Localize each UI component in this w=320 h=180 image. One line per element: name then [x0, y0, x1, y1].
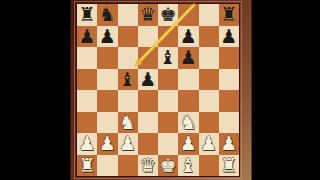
- piece-white-pawn: ♟: [97, 133, 117, 155]
- square-a4[interactable]: [77, 90, 97, 112]
- square-d5[interactable]: ♟: [138, 69, 158, 91]
- square-h3[interactable]: [219, 112, 239, 134]
- square-f8[interactable]: [178, 4, 198, 26]
- piece-white-rook: ♜: [77, 155, 97, 177]
- piece-black-pawn: ♟: [178, 26, 198, 48]
- piece-black-pawn: ♟: [77, 26, 97, 48]
- square-h1[interactable]: ♜: [219, 155, 239, 177]
- square-b7[interactable]: ♟: [97, 26, 117, 48]
- square-g7[interactable]: [199, 26, 219, 48]
- square-h8[interactable]: ♜: [219, 4, 239, 26]
- square-e3[interactable]: [158, 112, 178, 134]
- piece-white-pawn: ♟: [118, 133, 138, 155]
- square-c6[interactable]: [118, 47, 138, 69]
- piece-white-pawn: ♟: [77, 133, 97, 155]
- square-a8[interactable]: ♜: [77, 4, 97, 26]
- square-b4[interactable]: [97, 90, 117, 112]
- square-e4[interactable]: [158, 90, 178, 112]
- square-e5[interactable]: [158, 69, 178, 91]
- square-b3[interactable]: [97, 112, 117, 134]
- square-e8[interactable]: ♚: [158, 4, 178, 26]
- piece-white-knight: ♞: [178, 112, 198, 134]
- piece-white-pawn: ♟: [199, 133, 219, 155]
- square-a6[interactable]: [77, 47, 97, 69]
- square-f3[interactable]: ♞: [178, 112, 198, 134]
- square-b2[interactable]: ♟: [97, 133, 117, 155]
- piece-white-pawn: ♟: [178, 133, 198, 155]
- square-c7[interactable]: [118, 26, 138, 48]
- piece-white-rook: ♜: [219, 155, 239, 177]
- square-g8[interactable]: [199, 4, 219, 26]
- square-g4[interactable]: [199, 90, 219, 112]
- piece-black-pawn: ♟: [178, 47, 198, 69]
- piece-white-bishop: ♝: [178, 155, 198, 177]
- square-h7[interactable]: ♟: [219, 26, 239, 48]
- square-a1[interactable]: ♜: [77, 155, 97, 177]
- piece-black-pawn: ♟: [219, 26, 239, 48]
- piece-black-bishop: ♝: [118, 69, 138, 91]
- video-frame: ♜♞♛♚♜♟♟♟♟♝♟♝♟♞♞♟♟♟♟♟♟♜♛♚♝♜: [0, 0, 320, 180]
- square-f6[interactable]: ♟: [178, 47, 198, 69]
- square-f4[interactable]: [178, 90, 198, 112]
- square-h2[interactable]: ♟: [219, 133, 239, 155]
- piece-white-queen: ♛: [138, 155, 158, 177]
- piece-black-bishop: ♝: [158, 47, 178, 69]
- piece-black-pawn: ♟: [138, 69, 158, 91]
- square-d2[interactable]: [138, 133, 158, 155]
- square-c5[interactable]: ♝: [118, 69, 138, 91]
- square-e6[interactable]: ♝: [158, 47, 178, 69]
- square-b6[interactable]: [97, 47, 117, 69]
- piece-black-rook: ♜: [77, 4, 97, 26]
- square-g2[interactable]: ♟: [199, 133, 219, 155]
- piece-black-queen: ♛: [138, 4, 158, 26]
- square-f7[interactable]: ♟: [178, 26, 198, 48]
- square-d7[interactable]: [138, 26, 158, 48]
- square-e1[interactable]: ♚: [158, 155, 178, 177]
- square-e7[interactable]: [158, 26, 178, 48]
- piece-black-rook: ♜: [219, 4, 239, 26]
- square-c3[interactable]: ♞: [118, 112, 138, 134]
- square-b1[interactable]: [97, 155, 117, 177]
- square-f2[interactable]: ♟: [178, 133, 198, 155]
- square-g1[interactable]: [199, 155, 219, 177]
- square-a3[interactable]: [77, 112, 97, 134]
- square-e2[interactable]: [158, 133, 178, 155]
- square-h6[interactable]: [219, 47, 239, 69]
- square-d1[interactable]: ♛: [138, 155, 158, 177]
- square-c8[interactable]: [118, 4, 138, 26]
- square-h4[interactable]: [219, 90, 239, 112]
- piece-black-king: ♚: [158, 4, 178, 26]
- square-d4[interactable]: [138, 90, 158, 112]
- square-f1[interactable]: ♝: [178, 155, 198, 177]
- piece-black-pawn: ♟: [97, 26, 117, 48]
- square-g5[interactable]: [199, 69, 219, 91]
- square-b5[interactable]: [97, 69, 117, 91]
- square-d8[interactable]: ♛: [138, 4, 158, 26]
- square-d3[interactable]: [138, 112, 158, 134]
- square-a5[interactable]: [77, 69, 97, 91]
- square-g6[interactable]: [199, 47, 219, 69]
- piece-white-knight: ♞: [118, 112, 138, 134]
- square-g3[interactable]: [199, 112, 219, 134]
- chess-board: ♜♞♛♚♜♟♟♟♟♝♟♝♟♞♞♟♟♟♟♟♟♜♛♚♝♜: [76, 3, 240, 177]
- square-f5[interactable]: [178, 69, 198, 91]
- square-c1[interactable]: [118, 155, 138, 177]
- piece-white-king: ♚: [158, 155, 178, 177]
- piece-black-knight: ♞: [97, 4, 117, 26]
- square-c4[interactable]: [118, 90, 138, 112]
- square-d6[interactable]: [138, 47, 158, 69]
- square-a2[interactable]: ♟: [77, 133, 97, 155]
- square-h5[interactable]: [219, 69, 239, 91]
- piece-white-pawn: ♟: [219, 133, 239, 155]
- square-a7[interactable]: ♟: [77, 26, 97, 48]
- square-b8[interactable]: ♞: [97, 4, 117, 26]
- square-c2[interactable]: ♟: [118, 133, 138, 155]
